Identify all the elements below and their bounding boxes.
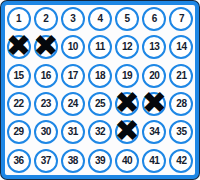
number-cell-30[interactable]: 30	[32, 118, 59, 146]
number-label: 24	[68, 99, 78, 109]
number-label: 42	[176, 156, 186, 166]
number-label: 6	[152, 14, 157, 24]
number-label: 1	[16, 14, 21, 24]
number-cell-25[interactable]: 25	[86, 90, 113, 118]
number-label: 17	[68, 71, 78, 81]
number-label: 15	[14, 71, 24, 81]
number-label: 18	[95, 71, 105, 81]
number-disc: 2	[34, 7, 58, 31]
number-cell-11[interactable]: 11	[86, 33, 113, 61]
number-disc: 42	[169, 149, 193, 173]
number-cell-4[interactable]: 4	[86, 5, 113, 33]
number-disc: 23	[34, 92, 58, 116]
number-disc: 7	[169, 7, 193, 31]
number-label: 38	[68, 156, 78, 166]
number-label: 4	[97, 14, 102, 24]
number-label: 37	[41, 156, 51, 166]
number-label: 5	[125, 14, 130, 24]
number-cell-23[interactable]: 23	[32, 90, 59, 118]
number-disc: 18	[88, 64, 112, 88]
number-cell-21[interactable]: 21	[168, 62, 195, 90]
number-cell-1[interactable]: 1	[5, 5, 32, 33]
number-disc: 25	[88, 92, 112, 116]
number-disc: 19	[115, 64, 139, 88]
number-cell-15[interactable]: 15	[5, 62, 32, 90]
number-cell-37[interactable]: 37	[32, 147, 59, 175]
number-cell-32[interactable]: 32	[86, 118, 113, 146]
number-cell-5[interactable]: 5	[114, 5, 141, 33]
number-label: 31	[68, 127, 78, 137]
number-label: 25	[95, 99, 105, 109]
number-disc: 30	[34, 120, 58, 144]
number-disc: 39	[88, 149, 112, 173]
number-disc: 21	[169, 64, 193, 88]
number-disc	[34, 35, 58, 59]
number-label: 35	[176, 127, 186, 137]
number-disc: 6	[142, 7, 166, 31]
number-disc: 1	[7, 7, 31, 31]
number-cell-42[interactable]: 42	[168, 147, 195, 175]
number-cell-14[interactable]: 14	[168, 33, 195, 61]
number-label: 23	[41, 99, 51, 109]
number-label: 41	[149, 156, 159, 166]
number-disc: 35	[169, 120, 193, 144]
number-label: 10	[68, 42, 78, 52]
number-label: 29	[14, 127, 24, 137]
number-cell-marked-27[interactable]: ✖	[141, 90, 168, 118]
number-cell-22[interactable]: 22	[5, 90, 32, 118]
number-label: 39	[95, 156, 105, 166]
number-disc: 14	[169, 35, 193, 59]
board-frame: 1234567✖✖1011121314151617181920212223242…	[0, 0, 200, 180]
number-label: 13	[149, 42, 159, 52]
number-disc: 16	[34, 64, 58, 88]
number-cell-41[interactable]: 41	[141, 147, 168, 175]
number-label: 21	[176, 71, 186, 81]
number-disc: 17	[61, 64, 85, 88]
number-disc: 41	[142, 149, 166, 173]
number-disc: 34	[142, 120, 166, 144]
number-disc	[7, 35, 31, 59]
number-disc: 32	[88, 120, 112, 144]
number-label: 2	[43, 14, 48, 24]
number-cell-19[interactable]: 19	[114, 62, 141, 90]
number-cell-34[interactable]: 34	[141, 118, 168, 146]
number-cell-10[interactable]: 10	[59, 33, 86, 61]
number-cell-marked-26[interactable]: ✖	[114, 90, 141, 118]
number-disc	[115, 92, 139, 116]
number-cell-6[interactable]: 6	[141, 5, 168, 33]
number-disc: 38	[61, 149, 85, 173]
number-cell-36[interactable]: 36	[5, 147, 32, 175]
number-cell-marked-33[interactable]: ✖	[114, 118, 141, 146]
number-label: 28	[176, 99, 186, 109]
number-cell-38[interactable]: 38	[59, 147, 86, 175]
number-cell-12[interactable]: 12	[114, 33, 141, 61]
number-label: 12	[122, 42, 132, 52]
number-cell-39[interactable]: 39	[86, 147, 113, 175]
number-disc: 20	[142, 64, 166, 88]
number-cell-35[interactable]: 35	[168, 118, 195, 146]
number-disc: 31	[61, 120, 85, 144]
number-cell-20[interactable]: 20	[141, 62, 168, 90]
number-cell-29[interactable]: 29	[5, 118, 32, 146]
number-label: 40	[122, 156, 132, 166]
number-cell-31[interactable]: 31	[59, 118, 86, 146]
number-disc: 28	[169, 92, 193, 116]
number-disc: 4	[88, 7, 112, 31]
number-label: 34	[149, 127, 159, 137]
lottery-number-grid: 1234567✖✖1011121314151617181920212223242…	[5, 5, 195, 175]
number-label: 11	[95, 42, 105, 52]
number-disc: 24	[61, 92, 85, 116]
number-label: 16	[41, 71, 51, 81]
number-disc: 37	[34, 149, 58, 173]
number-label: 30	[41, 127, 51, 137]
number-label: 32	[95, 127, 105, 137]
number-cell-18[interactable]: 18	[86, 62, 113, 90]
number-disc: 11	[88, 35, 112, 59]
number-cell-28[interactable]: 28	[168, 90, 195, 118]
number-label: 7	[179, 14, 184, 24]
number-label: 20	[149, 71, 159, 81]
number-cell-40[interactable]: 40	[114, 147, 141, 175]
number-disc: 22	[7, 92, 31, 116]
number-cell-3[interactable]: 3	[59, 5, 86, 33]
number-disc: 36	[7, 149, 31, 173]
number-label: 19	[122, 71, 132, 81]
number-disc: 40	[115, 149, 139, 173]
number-cell-13[interactable]: 13	[141, 33, 168, 61]
number-cell-7[interactable]: 7	[168, 5, 195, 33]
number-cell-16[interactable]: 16	[32, 62, 59, 90]
number-cell-marked-9[interactable]: ✖	[32, 33, 59, 61]
number-cell-marked-8[interactable]: ✖	[5, 33, 32, 61]
number-disc: 12	[115, 35, 139, 59]
number-disc: 10	[61, 35, 85, 59]
number-cell-24[interactable]: 24	[59, 90, 86, 118]
number-label: 22	[14, 99, 24, 109]
number-disc: 15	[7, 64, 31, 88]
number-label: 3	[70, 14, 75, 24]
number-disc	[115, 120, 139, 144]
number-cell-2[interactable]: 2	[32, 5, 59, 33]
number-label: 14	[176, 42, 186, 52]
number-cell-17[interactable]: 17	[59, 62, 86, 90]
board-background: 1234567✖✖1011121314151617181920212223242…	[1, 1, 199, 179]
number-disc: 3	[61, 7, 85, 31]
number-disc: 29	[7, 120, 31, 144]
number-label: 36	[14, 156, 24, 166]
number-disc: 13	[142, 35, 166, 59]
number-disc: 5	[115, 7, 139, 31]
number-disc	[142, 92, 166, 116]
